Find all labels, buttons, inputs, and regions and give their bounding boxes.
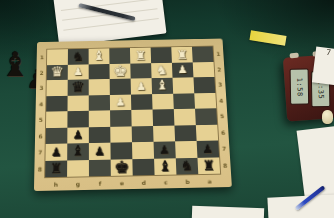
- square-h4[interactable]: [46, 95, 67, 111]
- square-c1[interactable]: [151, 47, 172, 63]
- clock-button-left[interactable]: [290, 53, 299, 59]
- square-f4[interactable]: [89, 95, 110, 111]
- square-e8[interactable]: ♚: [111, 159, 133, 176]
- piece-black-pawn-a7[interactable]: ♟: [197, 140, 220, 157]
- square-f7[interactable]: ♟: [89, 143, 111, 160]
- paper-note-text: 7: [326, 48, 332, 58]
- rank-label-5: 5: [39, 116, 43, 123]
- piece-black-knight-g1[interactable]: ♞: [68, 49, 89, 65]
- square-h7[interactable]: ♟: [45, 144, 67, 161]
- square-c5[interactable]: [153, 109, 175, 125]
- square-d5[interactable]: [131, 110, 153, 126]
- square-c6[interactable]: [153, 125, 175, 142]
- square-b2[interactable]: ♟: [172, 62, 194, 78]
- square-a2[interactable]: [193, 62, 215, 78]
- square-g6[interactable]: ♟: [67, 127, 89, 144]
- piece-black-pawn-f7[interactable]: ♟: [89, 143, 111, 160]
- piece-white-knight-c2[interactable]: ♞: [151, 62, 172, 78]
- piece-black-pawn-h7[interactable]: ♟: [45, 144, 67, 161]
- piece-black-rook-h8[interactable]: ♜: [45, 160, 67, 177]
- file-label-e: e: [111, 179, 133, 186]
- square-e4[interactable]: ♟: [110, 94, 131, 110]
- chessboard-grid: ♞♝♜♜♛♟♚♞♟♛♟♝♟♟♟♝♟♟♟♜♚♝♞♜: [45, 46, 220, 177]
- file-label-f: f: [89, 179, 111, 186]
- rank-label-2: 2: [40, 69, 44, 75]
- square-d6[interactable]: [132, 126, 154, 143]
- rank-label-3: 3: [218, 81, 222, 87]
- rank-label-7: 7: [38, 149, 42, 156]
- rank-label-6: 6: [38, 133, 42, 140]
- square-h2[interactable]: ♛: [47, 64, 68, 80]
- square-c2[interactable]: ♞: [151, 62, 172, 78]
- piece-black-bishop-g7[interactable]: ♝: [67, 143, 89, 160]
- file-label-h: h: [45, 180, 67, 187]
- square-a5[interactable]: [195, 108, 217, 124]
- square-d1[interactable]: ♜: [130, 48, 151, 64]
- square-h6[interactable]: [46, 127, 68, 144]
- piece-white-pawn-g2[interactable]: ♟: [68, 64, 89, 80]
- file-label-g: g: [67, 180, 89, 187]
- piece-white-rook-d1[interactable]: ♜: [130, 48, 151, 64]
- paper-slip: 7: [312, 47, 334, 86]
- square-f2[interactable]: [89, 64, 110, 80]
- square-f5[interactable]: [89, 110, 110, 126]
- square-a1[interactable]: [192, 46, 214, 62]
- piece-white-pawn-b2[interactable]: ♟: [172, 62, 194, 78]
- square-f8[interactable]: [89, 159, 111, 176]
- square-g8[interactable]: [67, 160, 89, 177]
- rank-label-8: 8: [223, 162, 228, 169]
- rank-label-5: 5: [220, 113, 224, 119]
- paper-sheet-bottom-center: [192, 206, 264, 218]
- square-d4[interactable]: [131, 94, 153, 110]
- piece-white-queen-h2[interactable]: ♛: [47, 64, 68, 80]
- piece-black-pawn-g6[interactable]: ♟: [67, 127, 89, 144]
- square-a7[interactable]: ♟: [197, 140, 220, 157]
- file-label-a: a: [198, 177, 220, 184]
- square-c7[interactable]: ♟: [154, 141, 176, 158]
- square-b5[interactable]: [174, 109, 196, 125]
- notepad-line: [63, 18, 158, 31]
- rank-label-6: 6: [221, 129, 225, 136]
- square-g7[interactable]: ♝: [67, 143, 89, 160]
- piece-black-knight-b8[interactable]: ♞: [176, 157, 199, 174]
- piece-black-king-e8[interactable]: ♚: [111, 159, 133, 176]
- square-g1[interactable]: ♞: [68, 49, 89, 65]
- square-e3[interactable]: [110, 79, 131, 95]
- square-c3[interactable]: ♝: [152, 78, 174, 94]
- square-g3[interactable]: ♛: [68, 79, 89, 95]
- square-b6[interactable]: [174, 125, 196, 142]
- piece-white-bishop-f1[interactable]: ♝: [89, 48, 110, 64]
- square-d7[interactable]: [132, 142, 154, 159]
- clock-display-left: 1:58: [290, 69, 310, 105]
- square-h1[interactable]: [47, 49, 68, 65]
- file-label-c: c: [155, 178, 177, 185]
- piece-white-king-e2[interactable]: ♚: [109, 63, 130, 79]
- piece-black-bishop-c8[interactable]: ♝: [154, 158, 176, 175]
- square-d8[interactable]: [132, 158, 154, 175]
- piece-black-queen-g3[interactable]: ♛: [68, 79, 89, 95]
- piece-white-pawn-e4[interactable]: ♟: [110, 94, 131, 110]
- file-label-b: b: [177, 177, 199, 184]
- square-g2[interactable]: ♟: [68, 64, 89, 80]
- square-c4[interactable]: [152, 93, 174, 109]
- square-a3[interactable]: [193, 77, 215, 93]
- rank-label-4: 4: [219, 97, 223, 103]
- square-e5[interactable]: [110, 110, 132, 126]
- square-d3[interactable]: ♟: [131, 78, 152, 94]
- table-surface: ♝ ♟ 12345678 ♞♝♜♜♛♟♚♞♟♛♟♝♟♟♟♝♟♟♟♜♚♝♞♜ 12…: [0, 0, 334, 218]
- square-b4[interactable]: [173, 93, 195, 109]
- square-d2[interactable]: [130, 63, 151, 79]
- rank-label-7: 7: [222, 145, 227, 152]
- rank-label-8: 8: [38, 166, 42, 173]
- square-h8[interactable]: ♜: [45, 160, 67, 177]
- square-a8[interactable]: ♜: [197, 157, 220, 174]
- captured-white-piece: [322, 110, 333, 124]
- piece-white-rook-b1[interactable]: ♜: [171, 47, 192, 63]
- rank-label-1: 1: [216, 51, 220, 57]
- square-e2[interactable]: ♚: [109, 63, 130, 79]
- square-b8[interactable]: ♞: [176, 157, 199, 174]
- rank-label-2: 2: [217, 66, 221, 72]
- square-f3[interactable]: [89, 79, 110, 95]
- square-a6[interactable]: [196, 124, 218, 141]
- rank-label-4: 4: [39, 101, 43, 107]
- square-c8[interactable]: ♝: [154, 158, 176, 175]
- square-g5[interactable]: [67, 111, 88, 127]
- square-h5[interactable]: [46, 111, 68, 127]
- square-b7[interactable]: [175, 141, 197, 158]
- square-h3[interactable]: [46, 80, 67, 96]
- square-b3[interactable]: [173, 77, 195, 93]
- square-g4[interactable]: [68, 95, 89, 111]
- chessboard-border: 12345678 ♞♝♜♜♛♟♚♞♟♛♟♝♟♟♟♝♟♟♟♜♚♝♞♜ 123456…: [34, 39, 232, 191]
- square-b1[interactable]: ♜: [171, 47, 192, 63]
- piece-black-rook-a8[interactable]: ♜: [197, 157, 220, 174]
- piece-white-bishop-c3[interactable]: ♝: [152, 78, 174, 94]
- file-label-d: d: [133, 178, 155, 185]
- square-a4[interactable]: [194, 92, 216, 108]
- square-e6[interactable]: [110, 126, 132, 143]
- rank-label-3: 3: [39, 85, 43, 91]
- chessboard: 12345678 ♞♝♜♜♛♟♚♞♟♛♟♝♟♟♟♝♟♟♟♜♚♝♞♜ 123456…: [34, 39, 232, 191]
- piece-black-pawn-c7[interactable]: ♟: [154, 141, 176, 158]
- rank-label-1: 1: [40, 54, 44, 60]
- piece-white-pawn-d3[interactable]: ♟: [131, 78, 152, 94]
- square-f6[interactable]: [89, 126, 111, 143]
- square-f1[interactable]: ♝: [89, 48, 110, 64]
